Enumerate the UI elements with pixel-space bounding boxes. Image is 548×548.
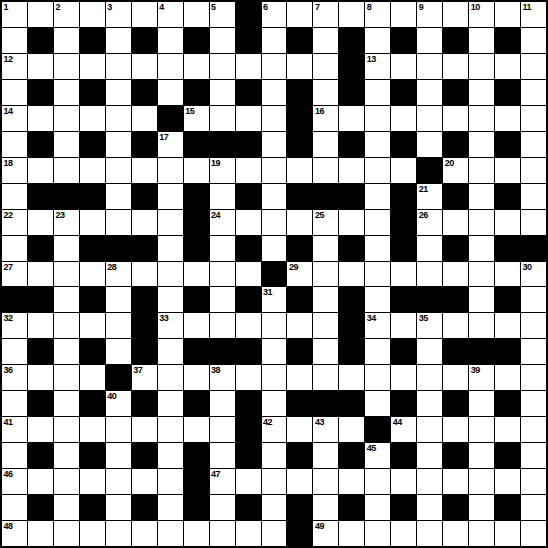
letter-cell[interactable]: [28, 521, 53, 546]
letter-cell[interactable]: 5: [210, 2, 235, 27]
letter-cell[interactable]: [28, 54, 53, 79]
letter-cell[interactable]: [417, 521, 442, 546]
letter-cell[interactable]: [495, 469, 520, 494]
letter-cell[interactable]: [469, 210, 494, 235]
letter-cell[interactable]: [313, 287, 338, 312]
letter-cell[interactable]: [80, 365, 105, 390]
letter-cell[interactable]: [469, 443, 494, 468]
letter-cell[interactable]: [106, 184, 131, 209]
letter-cell[interactable]: [313, 28, 338, 53]
letter-cell[interactable]: [313, 132, 338, 157]
letter-cell[interactable]: [28, 2, 53, 27]
letter-cell[interactable]: [391, 469, 416, 494]
letter-cell[interactable]: 25: [313, 210, 338, 235]
letter-cell[interactable]: 49: [313, 521, 338, 546]
letter-cell[interactable]: [80, 417, 105, 442]
letter-cell[interactable]: [339, 469, 364, 494]
letter-cell[interactable]: [80, 469, 105, 494]
letter-cell[interactable]: [417, 495, 442, 520]
letter-cell[interactable]: 4: [158, 2, 183, 27]
letter-cell[interactable]: [158, 521, 183, 546]
letter-cell[interactable]: [262, 54, 287, 79]
letter-cell[interactable]: [210, 54, 235, 79]
letter-cell[interactable]: [262, 495, 287, 520]
letter-cell[interactable]: 13: [365, 54, 390, 79]
letter-cell[interactable]: [236, 158, 261, 183]
letter-cell[interactable]: [210, 443, 235, 468]
letter-cell[interactable]: [495, 262, 520, 287]
letter-cell[interactable]: [28, 313, 53, 338]
letter-cell[interactable]: [158, 54, 183, 79]
letter-cell[interactable]: [262, 443, 287, 468]
letter-cell[interactable]: [106, 443, 131, 468]
letter-cell[interactable]: 45: [365, 443, 390, 468]
letter-cell[interactable]: [287, 54, 312, 79]
letter-cell[interactable]: [262, 184, 287, 209]
letter-cell[interactable]: [184, 158, 209, 183]
letter-cell[interactable]: [521, 313, 546, 338]
letter-cell[interactable]: [521, 391, 546, 416]
letter-cell[interactable]: 35: [417, 313, 442, 338]
letter-cell[interactable]: [469, 287, 494, 312]
letter-cell[interactable]: [158, 236, 183, 261]
letter-cell[interactable]: [28, 158, 53, 183]
letter-cell[interactable]: [54, 365, 79, 390]
letter-cell[interactable]: [158, 391, 183, 416]
letter-cell[interactable]: [365, 236, 390, 261]
letter-cell[interactable]: [106, 28, 131, 53]
letter-cell[interactable]: [236, 521, 261, 546]
letter-cell[interactable]: [365, 339, 390, 364]
letter-cell[interactable]: [106, 132, 131, 157]
letter-cell[interactable]: 20: [443, 158, 468, 183]
letter-cell[interactable]: [106, 339, 131, 364]
letter-cell[interactable]: 12: [2, 54, 27, 79]
letter-cell[interactable]: [469, 80, 494, 105]
letter-cell[interactable]: [469, 469, 494, 494]
letter-cell[interactable]: 11: [521, 2, 546, 27]
letter-cell[interactable]: [443, 262, 468, 287]
letter-cell[interactable]: [132, 54, 157, 79]
letter-cell[interactable]: [262, 132, 287, 157]
letter-cell[interactable]: [106, 106, 131, 131]
letter-cell[interactable]: [417, 132, 442, 157]
letter-cell[interactable]: [262, 158, 287, 183]
letter-cell[interactable]: 1: [2, 2, 27, 27]
letter-cell[interactable]: [54, 28, 79, 53]
letter-cell[interactable]: 26: [417, 210, 442, 235]
letter-cell[interactable]: [80, 210, 105, 235]
letter-cell[interactable]: [28, 262, 53, 287]
letter-cell[interactable]: [495, 521, 520, 546]
letter-cell[interactable]: [391, 521, 416, 546]
letter-cell[interactable]: 14: [2, 106, 27, 131]
letter-cell[interactable]: [313, 365, 338, 390]
letter-cell[interactable]: [469, 132, 494, 157]
letter-cell[interactable]: [469, 184, 494, 209]
letter-cell[interactable]: [184, 417, 209, 442]
letter-cell[interactable]: [28, 417, 53, 442]
letter-cell[interactable]: [443, 2, 468, 27]
letter-cell[interactable]: [54, 313, 79, 338]
letter-cell[interactable]: [106, 495, 131, 520]
letter-cell[interactable]: 6: [262, 2, 287, 27]
letter-cell[interactable]: 38: [210, 365, 235, 390]
letter-cell[interactable]: 27: [2, 262, 27, 287]
letter-cell[interactable]: [2, 236, 27, 261]
letter-cell[interactable]: [313, 495, 338, 520]
letter-cell[interactable]: 8: [365, 2, 390, 27]
letter-cell[interactable]: [469, 391, 494, 416]
letter-cell[interactable]: [313, 54, 338, 79]
letter-cell[interactable]: [495, 365, 520, 390]
letter-cell[interactable]: [262, 80, 287, 105]
letter-cell[interactable]: [365, 391, 390, 416]
letter-cell[interactable]: [287, 2, 312, 27]
letter-cell[interactable]: [132, 210, 157, 235]
letter-cell[interactable]: [443, 417, 468, 442]
letter-cell[interactable]: [443, 210, 468, 235]
letter-cell[interactable]: [521, 417, 546, 442]
letter-cell[interactable]: [2, 495, 27, 520]
letter-cell[interactable]: [417, 417, 442, 442]
letter-cell[interactable]: [391, 262, 416, 287]
letter-cell[interactable]: 17: [158, 132, 183, 157]
letter-cell[interactable]: [365, 469, 390, 494]
letter-cell[interactable]: [391, 158, 416, 183]
letter-cell[interactable]: [521, 495, 546, 520]
letter-cell[interactable]: [80, 2, 105, 27]
letter-cell[interactable]: 16: [313, 106, 338, 131]
letter-cell[interactable]: [391, 54, 416, 79]
letter-cell[interactable]: [158, 80, 183, 105]
letter-cell[interactable]: [469, 106, 494, 131]
letter-cell[interactable]: 19: [210, 158, 235, 183]
letter-cell[interactable]: [417, 80, 442, 105]
letter-cell[interactable]: [158, 495, 183, 520]
letter-cell[interactable]: [262, 391, 287, 416]
letter-cell[interactable]: [2, 339, 27, 364]
letter-cell[interactable]: [132, 417, 157, 442]
letter-cell[interactable]: [469, 28, 494, 53]
letter-cell[interactable]: 29: [287, 262, 312, 287]
letter-cell[interactable]: [2, 184, 27, 209]
letter-cell[interactable]: [495, 106, 520, 131]
letter-cell[interactable]: [106, 80, 131, 105]
letter-cell[interactable]: [158, 28, 183, 53]
letter-cell[interactable]: [54, 236, 79, 261]
letter-cell[interactable]: 7: [313, 2, 338, 27]
letter-cell[interactable]: [521, 469, 546, 494]
letter-cell[interactable]: [417, 262, 442, 287]
letter-cell[interactable]: [469, 54, 494, 79]
letter-cell[interactable]: [287, 313, 312, 338]
letter-cell[interactable]: [443, 365, 468, 390]
letter-cell[interactable]: [365, 262, 390, 287]
letter-cell[interactable]: [2, 443, 27, 468]
letter-cell[interactable]: [80, 262, 105, 287]
letter-cell[interactable]: [106, 210, 131, 235]
letter-cell[interactable]: 21: [417, 184, 442, 209]
letter-cell[interactable]: 23: [54, 210, 79, 235]
letter-cell[interactable]: [417, 391, 442, 416]
letter-cell[interactable]: [210, 184, 235, 209]
letter-cell[interactable]: [54, 391, 79, 416]
letter-cell[interactable]: [521, 365, 546, 390]
letter-cell[interactable]: [287, 158, 312, 183]
letter-cell[interactable]: [210, 28, 235, 53]
letter-cell[interactable]: 48: [2, 521, 27, 546]
letter-cell[interactable]: [469, 262, 494, 287]
letter-cell[interactable]: [391, 365, 416, 390]
letter-cell[interactable]: [158, 158, 183, 183]
letter-cell[interactable]: [262, 339, 287, 364]
letter-cell[interactable]: 15: [184, 106, 209, 131]
letter-cell[interactable]: [495, 210, 520, 235]
letter-cell[interactable]: [313, 80, 338, 105]
letter-cell[interactable]: [158, 469, 183, 494]
letter-cell[interactable]: 36: [2, 365, 27, 390]
letter-cell[interactable]: [521, 184, 546, 209]
letter-cell[interactable]: [365, 287, 390, 312]
letter-cell[interactable]: [313, 158, 338, 183]
letter-cell[interactable]: [54, 339, 79, 364]
letter-cell[interactable]: [106, 521, 131, 546]
letter-cell[interactable]: [521, 443, 546, 468]
letter-cell[interactable]: [80, 158, 105, 183]
letter-cell[interactable]: [28, 365, 53, 390]
letter-cell[interactable]: [469, 313, 494, 338]
letter-cell[interactable]: [262, 106, 287, 131]
letter-cell[interactable]: [210, 106, 235, 131]
letter-cell[interactable]: [262, 469, 287, 494]
letter-cell[interactable]: [158, 262, 183, 287]
letter-cell[interactable]: [132, 469, 157, 494]
letter-cell[interactable]: [287, 210, 312, 235]
letter-cell[interactable]: [106, 158, 131, 183]
letter-cell[interactable]: [158, 210, 183, 235]
letter-cell[interactable]: [184, 262, 209, 287]
letter-cell[interactable]: [417, 339, 442, 364]
letter-cell[interactable]: [443, 313, 468, 338]
letter-cell[interactable]: 44: [391, 417, 416, 442]
letter-cell[interactable]: [339, 2, 364, 27]
letter-cell[interactable]: [417, 365, 442, 390]
letter-cell[interactable]: 22: [2, 210, 27, 235]
letter-cell[interactable]: 42: [262, 417, 287, 442]
letter-cell[interactable]: 47: [210, 469, 235, 494]
letter-cell[interactable]: [521, 158, 546, 183]
letter-cell[interactable]: [106, 469, 131, 494]
letter-cell[interactable]: [210, 287, 235, 312]
letter-cell[interactable]: [469, 417, 494, 442]
letter-cell[interactable]: [106, 313, 131, 338]
letter-cell[interactable]: [210, 313, 235, 338]
letter-cell[interactable]: [417, 54, 442, 79]
letter-cell[interactable]: [521, 287, 546, 312]
letter-cell[interactable]: [262, 210, 287, 235]
letter-cell[interactable]: [443, 521, 468, 546]
letter-cell[interactable]: [54, 521, 79, 546]
letter-cell[interactable]: [443, 469, 468, 494]
letter-cell[interactable]: [80, 521, 105, 546]
letter-cell[interactable]: [521, 54, 546, 79]
letter-cell[interactable]: 46: [2, 469, 27, 494]
letter-cell[interactable]: [339, 158, 364, 183]
letter-cell[interactable]: [158, 184, 183, 209]
letter-cell[interactable]: [365, 158, 390, 183]
letter-cell[interactable]: [521, 339, 546, 364]
letter-cell[interactable]: [210, 236, 235, 261]
letter-cell[interactable]: [339, 106, 364, 131]
letter-cell[interactable]: [495, 2, 520, 27]
letter-cell[interactable]: [106, 417, 131, 442]
letter-cell[interactable]: 40: [106, 391, 131, 416]
letter-cell[interactable]: [236, 210, 261, 235]
letter-cell[interactable]: [184, 365, 209, 390]
letter-cell[interactable]: [469, 521, 494, 546]
letter-cell[interactable]: [469, 495, 494, 520]
letter-cell[interactable]: [2, 28, 27, 53]
letter-cell[interactable]: [54, 54, 79, 79]
letter-cell[interactable]: [365, 184, 390, 209]
letter-cell[interactable]: [417, 443, 442, 468]
letter-cell[interactable]: [132, 158, 157, 183]
letter-cell[interactable]: [158, 287, 183, 312]
letter-cell[interactable]: [391, 313, 416, 338]
letter-cell[interactable]: [365, 80, 390, 105]
letter-cell[interactable]: [210, 495, 235, 520]
letter-cell[interactable]: [54, 495, 79, 520]
letter-cell[interactable]: [313, 469, 338, 494]
letter-cell[interactable]: [28, 106, 53, 131]
letter-cell[interactable]: [80, 106, 105, 131]
letter-cell[interactable]: 37: [132, 365, 157, 390]
letter-cell[interactable]: [521, 521, 546, 546]
letter-cell[interactable]: [365, 28, 390, 53]
letter-cell[interactable]: [495, 313, 520, 338]
letter-cell[interactable]: [391, 106, 416, 131]
letter-cell[interactable]: [210, 391, 235, 416]
letter-cell[interactable]: [158, 365, 183, 390]
letter-cell[interactable]: [365, 365, 390, 390]
letter-cell[interactable]: [262, 236, 287, 261]
letter-cell[interactable]: [313, 262, 338, 287]
letter-cell[interactable]: [495, 158, 520, 183]
letter-cell[interactable]: 2: [54, 2, 79, 27]
letter-cell[interactable]: [132, 521, 157, 546]
letter-cell[interactable]: 18: [2, 158, 27, 183]
letter-cell[interactable]: [287, 417, 312, 442]
letter-cell[interactable]: [28, 469, 53, 494]
letter-cell[interactable]: [54, 417, 79, 442]
letter-cell[interactable]: 43: [313, 417, 338, 442]
letter-cell[interactable]: [262, 365, 287, 390]
letter-cell[interactable]: [236, 313, 261, 338]
letter-cell[interactable]: [339, 262, 364, 287]
letter-cell[interactable]: 10: [469, 2, 494, 27]
letter-cell[interactable]: [158, 417, 183, 442]
letter-cell[interactable]: [495, 54, 520, 79]
letter-cell[interactable]: [365, 106, 390, 131]
letter-cell[interactable]: [2, 132, 27, 157]
letter-cell[interactable]: 32: [2, 313, 27, 338]
letter-cell[interactable]: [54, 262, 79, 287]
letter-cell[interactable]: [443, 54, 468, 79]
letter-cell[interactable]: [132, 2, 157, 27]
letter-cell[interactable]: [365, 521, 390, 546]
letter-cell[interactable]: [2, 80, 27, 105]
letter-cell[interactable]: [365, 495, 390, 520]
letter-cell[interactable]: 3: [106, 2, 131, 27]
letter-cell[interactable]: [54, 106, 79, 131]
letter-cell[interactable]: [262, 28, 287, 53]
letter-cell[interactable]: [184, 313, 209, 338]
letter-cell[interactable]: [54, 469, 79, 494]
letter-cell[interactable]: [521, 210, 546, 235]
letter-cell[interactable]: [417, 28, 442, 53]
letter-cell[interactable]: [106, 287, 131, 312]
letter-cell[interactable]: [54, 158, 79, 183]
letter-cell[interactable]: [106, 54, 131, 79]
letter-cell[interactable]: [417, 106, 442, 131]
letter-cell[interactable]: [210, 521, 235, 546]
letter-cell[interactable]: [262, 313, 287, 338]
letter-cell[interactable]: [28, 210, 53, 235]
letter-cell[interactable]: [521, 80, 546, 105]
letter-cell[interactable]: [80, 54, 105, 79]
letter-cell[interactable]: [365, 132, 390, 157]
letter-cell[interactable]: [339, 365, 364, 390]
letter-cell[interactable]: [313, 313, 338, 338]
letter-cell[interactable]: 24: [210, 210, 235, 235]
letter-cell[interactable]: [2, 391, 27, 416]
letter-cell[interactable]: [339, 521, 364, 546]
letter-cell[interactable]: [495, 417, 520, 442]
letter-cell[interactable]: [54, 132, 79, 157]
letter-cell[interactable]: [521, 106, 546, 131]
letter-cell[interactable]: [54, 443, 79, 468]
letter-cell[interactable]: [521, 132, 546, 157]
letter-cell[interactable]: 39: [469, 365, 494, 390]
letter-cell[interactable]: [236, 365, 261, 390]
letter-cell[interactable]: [313, 339, 338, 364]
letter-cell[interactable]: [521, 28, 546, 53]
letter-cell[interactable]: [339, 210, 364, 235]
letter-cell[interactable]: [184, 521, 209, 546]
letter-cell[interactable]: [184, 2, 209, 27]
letter-cell[interactable]: [262, 521, 287, 546]
letter-cell[interactable]: [158, 443, 183, 468]
letter-cell[interactable]: [443, 106, 468, 131]
letter-cell[interactable]: [236, 106, 261, 131]
letter-cell[interactable]: [132, 262, 157, 287]
letter-cell[interactable]: [365, 210, 390, 235]
letter-cell[interactable]: [339, 417, 364, 442]
letter-cell[interactable]: [313, 443, 338, 468]
letter-cell[interactable]: 41: [2, 417, 27, 442]
letter-cell[interactable]: [158, 339, 183, 364]
letter-cell[interactable]: [54, 80, 79, 105]
letter-cell[interactable]: [210, 262, 235, 287]
letter-cell[interactable]: [132, 106, 157, 131]
letter-cell[interactable]: [184, 54, 209, 79]
letter-cell[interactable]: 28: [106, 262, 131, 287]
letter-cell[interactable]: [210, 417, 235, 442]
letter-cell[interactable]: [287, 469, 312, 494]
letter-cell[interactable]: [236, 54, 261, 79]
letter-cell[interactable]: [287, 365, 312, 390]
